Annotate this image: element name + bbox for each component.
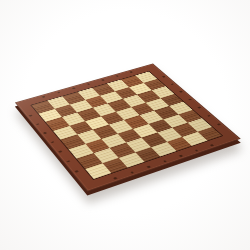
playing-field [31, 72, 221, 179]
board-shadow [0, 0, 250, 250]
frame-dot-bottom-5 [179, 155, 183, 157]
product-photo [0, 0, 250, 250]
frame-dot-right-4 [188, 99, 191, 101]
frame-dot-left-5 [59, 151, 62, 153]
frame-dot-bottom-1 [113, 177, 117, 179]
frame-dot-right-1 [162, 76, 165, 78]
frame-dot-bottom-3 [147, 166, 151, 168]
frame-dot-top-1 [42, 96, 45, 98]
frame-dot-left-3 [43, 132, 46, 134]
frame-dot-left-6 [67, 160, 70, 162]
frame-dot-right-6 [207, 115, 210, 117]
frame-dot-top-5 [101, 79, 104, 81]
frame-dot-right-7 [217, 124, 220, 126]
frame-dot-bottom-2 [130, 171, 134, 173]
frame-dot-left-4 [51, 141, 54, 143]
board-frame [15, 64, 241, 192]
frame-dot-bottom-4 [163, 160, 167, 162]
frame-dot-left-2 [36, 123, 39, 125]
frame-dot-bottom-6 [195, 149, 199, 151]
frame-dot-left-1 [29, 115, 32, 117]
frame-dot-top-7 [130, 71, 133, 73]
frame-dot-right-3 [179, 91, 182, 93]
frame-dot-left-7 [75, 170, 79, 172]
chess-board [15, 64, 241, 192]
frame-dot-right-2 [171, 83, 174, 85]
frame-dot-top-3 [72, 88, 75, 90]
frame-dot-top-4 [87, 83, 90, 85]
frame-dot-bottom-7 [210, 144, 213, 146]
frame-dot-right-5 [198, 107, 201, 109]
frame-dot-top-6 [116, 75, 119, 77]
frame-dot-top-2 [57, 92, 60, 94]
